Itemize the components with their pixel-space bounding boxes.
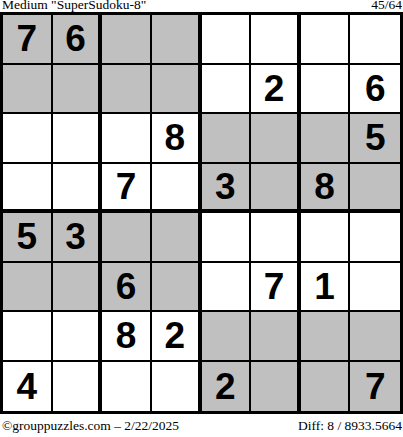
given-cell-r3c4: 8 [152, 114, 202, 164]
empty-cell-r6c5[interactable] [202, 263, 252, 313]
empty-cell-r6c1[interactable] [3, 263, 53, 313]
empty-cell-counter: 45/64 [371, 0, 402, 11]
empty-cell-r8c7[interactable] [301, 362, 351, 412]
given-cell-r6c3: 6 [102, 263, 152, 313]
given-cell-r6c6: 7 [251, 263, 301, 313]
given-cell-r8c5: 2 [202, 362, 252, 412]
empty-cell-r1c5[interactable] [202, 15, 252, 65]
empty-cell-r4c6[interactable] [251, 164, 301, 214]
empty-cell-r3c3[interactable] [102, 114, 152, 164]
empty-cell-r1c8[interactable] [350, 15, 400, 65]
empty-cell-r2c1[interactable] [3, 65, 53, 115]
given-cell-r5c1: 5 [3, 213, 53, 263]
given-cell-r4c5: 3 [202, 164, 252, 214]
sudoku-board: 7626857385367182427 [0, 12, 403, 414]
given-cell-r3c8: 5 [350, 114, 400, 164]
empty-cell-r5c4[interactable] [152, 213, 202, 263]
empty-cell-r7c5[interactable] [202, 312, 252, 362]
empty-cell-r3c5[interactable] [202, 114, 252, 164]
empty-cell-r3c6[interactable] [251, 114, 301, 164]
header: Medium "SuperSudoku-8" 45/64 [2, 0, 402, 11]
empty-cell-r4c4[interactable] [152, 164, 202, 214]
given-cell-r4c7: 8 [301, 164, 351, 214]
empty-cell-r4c1[interactable] [3, 164, 53, 214]
empty-cell-r3c7[interactable] [301, 114, 351, 164]
given-cell-r8c8: 7 [350, 362, 400, 412]
empty-cell-r5c7[interactable] [301, 213, 351, 263]
given-cell-r2c8: 6 [350, 65, 400, 115]
empty-cell-r4c8[interactable] [350, 164, 400, 214]
empty-cell-r8c6[interactable] [251, 362, 301, 412]
given-cell-r7c4: 2 [152, 312, 202, 362]
given-cell-r5c2: 3 [53, 213, 103, 263]
empty-cell-r5c8[interactable] [350, 213, 400, 263]
empty-cell-r7c2[interactable] [53, 312, 103, 362]
empty-cell-r6c4[interactable] [152, 263, 202, 313]
empty-cell-r2c7[interactable] [301, 65, 351, 115]
empty-cell-r8c4[interactable] [152, 362, 202, 412]
empty-cell-r7c8[interactable] [350, 312, 400, 362]
empty-cell-r2c2[interactable] [53, 65, 103, 115]
given-cell-r8c1: 4 [3, 362, 53, 412]
empty-cell-r6c2[interactable] [53, 263, 103, 313]
empty-cell-r1c7[interactable] [301, 15, 351, 65]
given-cell-r2c6: 2 [251, 65, 301, 115]
given-cell-r7c3: 8 [102, 312, 152, 362]
empty-cell-r2c5[interactable] [202, 65, 252, 115]
empty-cell-r8c3[interactable] [102, 362, 152, 412]
given-cell-r4c3: 7 [102, 164, 152, 214]
empty-cell-r3c2[interactable] [53, 114, 103, 164]
footer: ©grouppuzzles.com – 2/22/2025 Diff: 8 / … [2, 419, 402, 433]
empty-cell-r4c2[interactable] [53, 164, 103, 214]
empty-cell-r8c2[interactable] [53, 362, 103, 412]
empty-cell-r2c4[interactable] [152, 65, 202, 115]
empty-cell-r1c6[interactable] [251, 15, 301, 65]
difficulty-rating: Diff: 8 / 8933.5664 [298, 419, 402, 433]
copyright-date: ©grouppuzzles.com – 2/22/2025 [2, 419, 179, 433]
given-cell-r1c1: 7 [3, 15, 53, 65]
empty-cell-r6c8[interactable] [350, 263, 400, 313]
empty-cell-r1c4[interactable] [152, 15, 202, 65]
given-cell-r6c7: 1 [301, 263, 351, 313]
empty-cell-r5c6[interactable] [251, 213, 301, 263]
empty-cell-r3c1[interactable] [3, 114, 53, 164]
given-cell-r1c2: 6 [53, 15, 103, 65]
empty-cell-r2c3[interactable] [102, 65, 152, 115]
empty-cell-r7c6[interactable] [251, 312, 301, 362]
empty-cell-r1c3[interactable] [102, 15, 152, 65]
puzzle-title: Medium "SuperSudoku-8" [2, 0, 146, 11]
empty-cell-r7c7[interactable] [301, 312, 351, 362]
puzzle-page: Medium "SuperSudoku-8" 45/64 76268573853… [0, 0, 403, 437]
empty-cell-r7c1[interactable] [3, 312, 53, 362]
empty-cell-r5c5[interactable] [202, 213, 252, 263]
empty-cell-r5c3[interactable] [102, 213, 152, 263]
